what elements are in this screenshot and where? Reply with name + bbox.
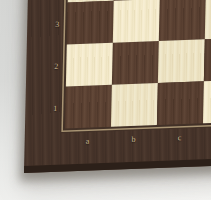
file-label-b: b <box>111 134 157 145</box>
file-label-c: c <box>157 132 203 143</box>
square-a2[interactable] <box>66 43 113 87</box>
chess-board: 54321abcde <box>24 0 211 173</box>
square-b1[interactable] <box>111 83 158 127</box>
square-d3[interactable] <box>205 0 211 39</box>
square-c3[interactable] <box>159 0 206 41</box>
rank-label-3: 3 <box>51 20 63 29</box>
square-b3[interactable] <box>113 0 160 43</box>
square-d1[interactable] <box>203 79 211 123</box>
square-a1[interactable] <box>65 85 112 129</box>
file-label-d: d <box>203 130 211 141</box>
rank-label-2: 2 <box>50 62 62 71</box>
square-a3[interactable] <box>67 1 114 45</box>
photo-background: 54321abcde <box>0 0 211 200</box>
square-c2[interactable] <box>158 39 205 83</box>
board-playing-field <box>65 0 211 128</box>
square-b2[interactable] <box>112 41 159 85</box>
square-d2[interactable] <box>204 37 211 81</box>
file-label-a: a <box>65 136 111 147</box>
rank-label-1: 1 <box>49 104 61 113</box>
square-c1[interactable] <box>157 81 204 125</box>
